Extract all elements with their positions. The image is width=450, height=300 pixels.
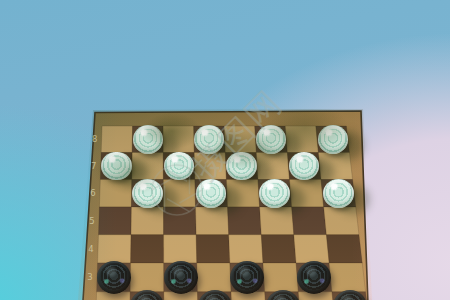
checker-white-a7[interactable] — [101, 152, 131, 181]
square-h5[interactable] — [324, 207, 359, 235]
square-g4[interactable] — [294, 235, 329, 263]
square-b5[interactable] — [131, 207, 164, 235]
square-b7[interactable] — [132, 153, 164, 180]
square-f7[interactable] — [256, 153, 289, 180]
checker-white-d6[interactable] — [196, 179, 227, 208]
square-c6[interactable] — [163, 180, 195, 207]
rank-label-5: 5 — [89, 216, 94, 226]
square-d7[interactable] — [194, 153, 226, 180]
checker-dark-e3[interactable] — [230, 261, 264, 293]
square-e4[interactable] — [229, 235, 263, 263]
rank-label-7: 7 — [91, 161, 96, 171]
checker-white-f6[interactable] — [259, 179, 290, 208]
square-f5[interactable] — [260, 207, 294, 235]
rank-label-4: 4 — [88, 244, 93, 254]
square-g8[interactable] — [285, 126, 318, 153]
square-h4[interactable] — [326, 235, 362, 263]
checker-dark-c3[interactable] — [164, 261, 198, 293]
checker-white-f8[interactable] — [256, 125, 286, 154]
square-e8[interactable] — [224, 126, 256, 153]
square-e6[interactable] — [226, 180, 259, 207]
checker-white-b8[interactable] — [133, 125, 163, 154]
rank-label-3: 3 — [87, 272, 92, 282]
square-c4[interactable] — [164, 235, 197, 263]
square-h3[interactable] — [329, 263, 365, 292]
square-b3[interactable] — [130, 263, 164, 292]
square-a5[interactable] — [98, 207, 131, 235]
board-svg[interactable]: 876543 — [0, 0, 450, 300]
square-b4[interactable] — [131, 235, 164, 263]
rank-label-6: 6 — [90, 188, 95, 198]
photo-scene: 876543 摄图网 — [0, 0, 450, 300]
square-a4[interactable] — [98, 235, 131, 263]
square-d5[interactable] — [196, 207, 229, 235]
square-d4[interactable] — [196, 235, 230, 263]
square-f4[interactable] — [261, 235, 296, 263]
checker-white-b6[interactable] — [132, 179, 163, 208]
square-c8[interactable] — [163, 126, 194, 153]
square-h7[interactable] — [318, 153, 352, 180]
square-d3[interactable] — [197, 263, 231, 292]
square-g5[interactable] — [292, 207, 327, 235]
square-f3[interactable] — [263, 263, 298, 292]
square-a8[interactable] — [101, 126, 132, 153]
square-c5[interactable] — [163, 207, 196, 235]
square-a6[interactable] — [99, 180, 131, 207]
checker-white-d8[interactable] — [194, 125, 224, 154]
checker-white-h6[interactable] — [323, 179, 354, 208]
square-g6[interactable] — [290, 180, 324, 207]
checker-dark-a3[interactable] — [97, 261, 131, 293]
checker-dark-g3[interactable] — [297, 261, 331, 293]
rank-label-8: 8 — [92, 134, 97, 144]
checker-white-e7[interactable] — [226, 152, 256, 181]
checker-white-h8[interactable] — [318, 125, 348, 154]
square-e5[interactable] — [228, 207, 262, 235]
